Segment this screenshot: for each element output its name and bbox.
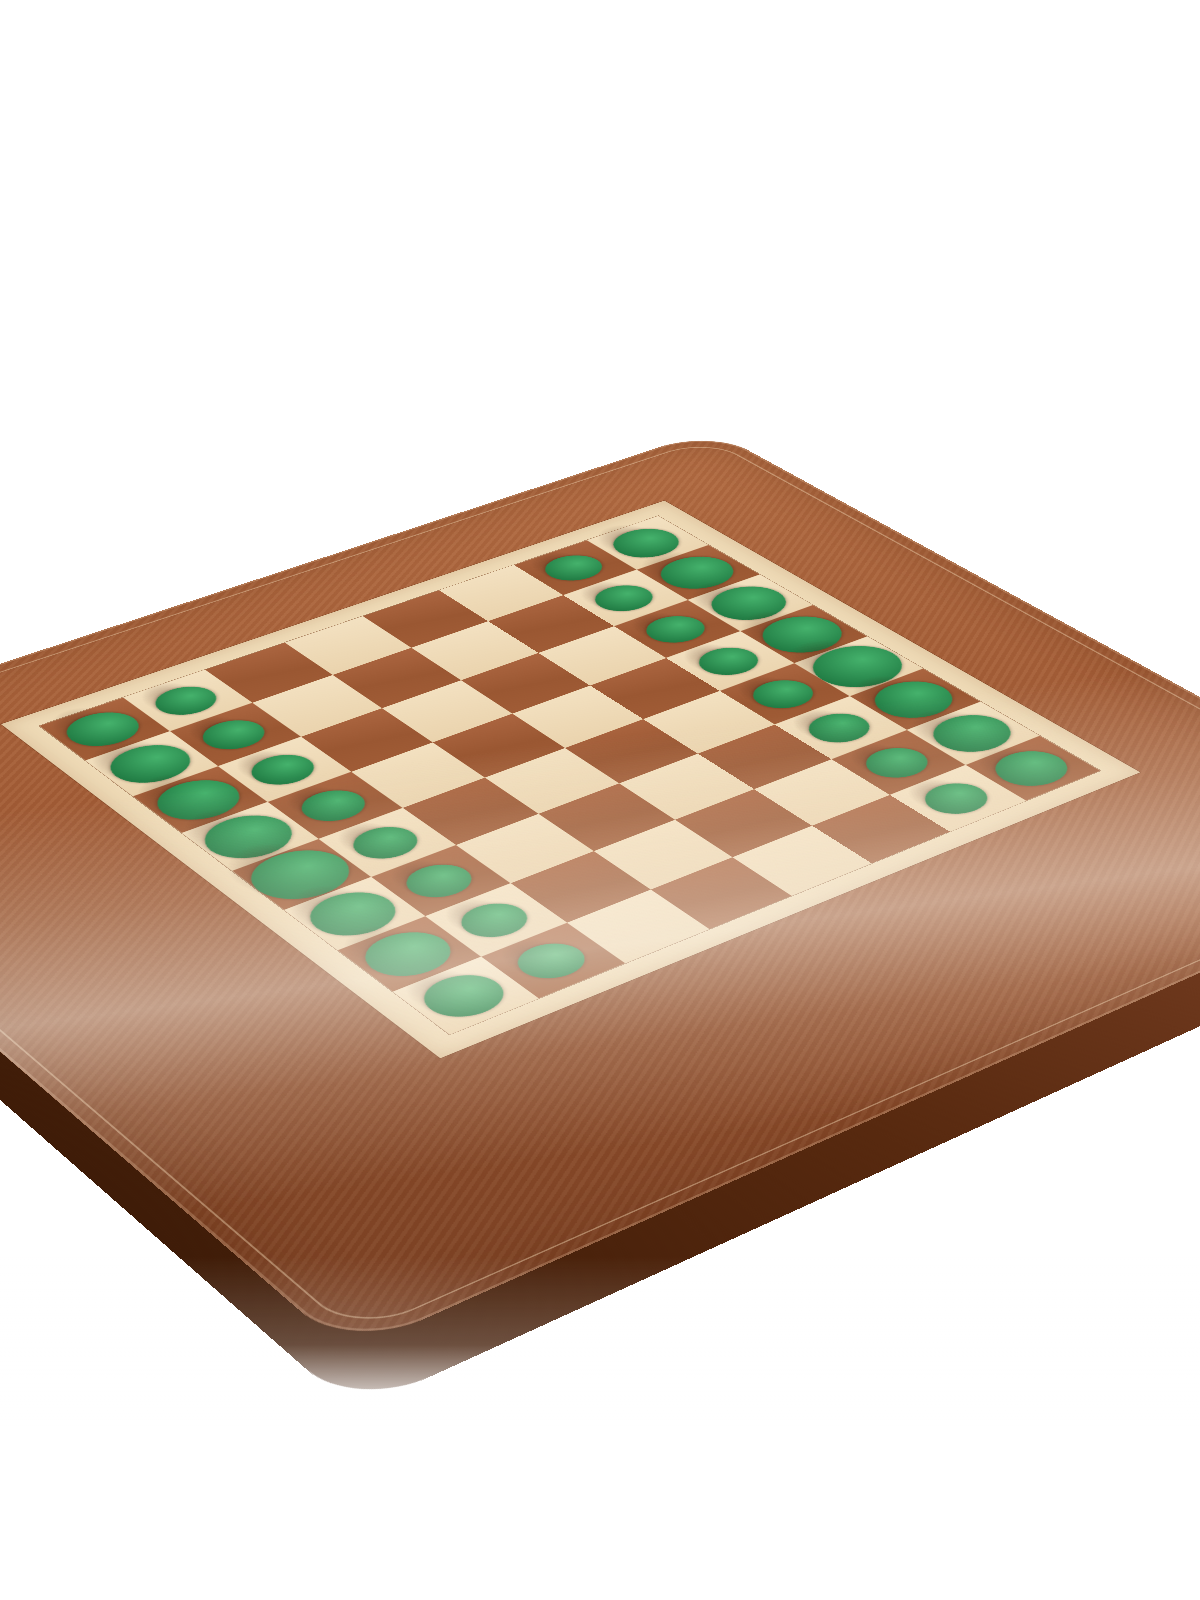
product-photo: ♜♞♝♛♚♝♞♜♟♟♟♟♟♟♟♟♟♟♟♟♟♟♟♟♜♞♝♛♚♝♞♜ [0, 0, 1200, 1600]
piece-white-rook-h1: ♜ [373, 798, 556, 1002]
square-h1: ♜ [393, 957, 539, 1035]
square-e6 [643, 691, 775, 754]
board-grid: ♜♞♝♛♚♝♞♜♟♟♟♟♟♟♟♟♟♟♟♟♟♟♟♟♜♞♝♛♚♝♞♜ [39, 516, 1100, 1034]
scene: ♜♞♝♛♚♝♞♜♟♟♟♟♟♟♟♟♟♟♟♟♟♟♟♟♜♞♝♛♚♝♞♜ [0, 0, 1200, 1600]
chess-board: ♜♞♝♛♚♝♞♜♟♟♟♟♟♟♟♟♟♟♟♟♟♟♟♟♜♞♝♛♚♝♞♜ [1, 501, 1140, 1059]
piece-black-pawn-h7: ♟ [883, 640, 1029, 803]
